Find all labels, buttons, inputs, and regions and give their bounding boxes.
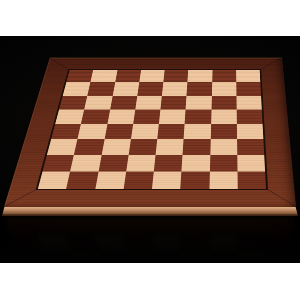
board-square-dark — [88, 82, 115, 95]
board-square-dark — [237, 139, 264, 155]
board-square-dark — [180, 171, 209, 188]
board-square-dark — [59, 96, 87, 110]
board-grid — [38, 70, 266, 189]
board-square-dark — [236, 82, 261, 95]
board-square-light — [84, 96, 112, 110]
board-square-light — [236, 70, 260, 83]
board-square-light — [211, 82, 236, 95]
board-square-light — [162, 82, 188, 95]
board-square-dark — [209, 155, 237, 172]
board-square-dark — [81, 109, 110, 123]
board-square-light — [236, 96, 262, 110]
board-square-light — [47, 139, 78, 155]
board-square-dark — [212, 70, 236, 83]
board-square-light — [152, 171, 182, 188]
board-square-dark — [104, 124, 133, 139]
board-square-light — [159, 109, 186, 123]
product-photo-page — [0, 0, 300, 300]
frame-miter-seam — [259, 58, 282, 70]
board-square-light — [107, 109, 135, 123]
board-square-light — [237, 155, 265, 172]
board-square-light — [184, 124, 211, 139]
board-square-light — [95, 171, 126, 188]
board-scene — [0, 36, 300, 207]
board-square-dark — [133, 109, 160, 123]
board-square-light — [237, 124, 264, 139]
board-square-dark — [154, 155, 183, 172]
board-square-dark — [210, 124, 237, 139]
board-square-light — [126, 155, 156, 172]
board-square-dark — [66, 70, 93, 83]
board-square-dark — [185, 109, 211, 123]
board-square-dark — [66, 171, 98, 188]
board-square-dark — [187, 82, 212, 95]
board-square-dark — [237, 171, 266, 188]
board-square-light — [210, 139, 237, 155]
board-square-light — [156, 139, 184, 155]
board-square-light — [63, 82, 91, 95]
board-square-dark — [43, 155, 75, 172]
frame-miter-seam — [4, 188, 38, 207]
board-square-dark — [236, 109, 262, 123]
board-square-light — [182, 155, 210, 172]
board-square-dark — [98, 155, 128, 172]
frame-miter-seam — [266, 188, 297, 207]
page-top-margin — [0, 0, 300, 36]
board-square-dark — [74, 139, 104, 155]
board-square-light — [209, 171, 238, 188]
board-square-light — [70, 155, 101, 172]
board-square-light — [91, 70, 118, 83]
board-square-dark — [183, 139, 211, 155]
board-square-dark — [157, 124, 185, 139]
board-square-light — [78, 124, 107, 139]
board-square-dark — [51, 124, 81, 139]
board-square-light — [188, 70, 213, 83]
photo-background — [0, 36, 300, 263]
board-square-dark — [163, 70, 188, 83]
board-square-light — [131, 124, 159, 139]
chessboard — [4, 58, 296, 207]
board-square-light — [135, 96, 162, 110]
frame-miter-seam — [49, 58, 70, 70]
board-square-dark — [128, 139, 157, 155]
board-square-light — [38, 171, 70, 188]
board-square-light — [186, 96, 212, 110]
board-square-dark — [110, 96, 137, 110]
board-square-dark — [160, 96, 186, 110]
board-square-dark — [211, 96, 236, 110]
board-square-light — [101, 139, 130, 155]
board-square-dark — [123, 171, 153, 188]
board-square-light — [55, 109, 84, 123]
board-square-light — [112, 82, 139, 95]
page-bottom-margin — [0, 263, 300, 300]
board-square-dark — [115, 70, 141, 83]
reflection-fade — [0, 214, 300, 263]
board-square-dark — [137, 82, 163, 95]
board-square-light — [139, 70, 165, 83]
board-square-light — [211, 109, 237, 123]
